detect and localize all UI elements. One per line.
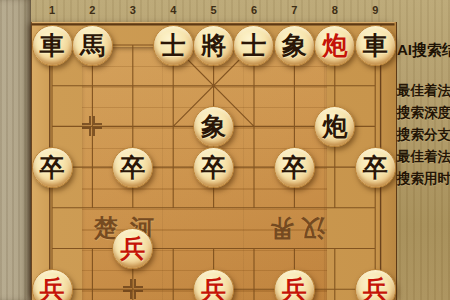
piece-glyph: 象 — [201, 114, 226, 139]
ai-panel: AI搜索结果 最佳着法搜索深度搜索分支最佳着法搜索用时 — [397, 0, 450, 190]
piece-black-炮[interactable]: 炮 — [314, 106, 355, 147]
ai-panel-line: 搜索分支 — [397, 124, 450, 146]
column-label: 6 — [244, 4, 264, 16]
column-label: 7 — [284, 4, 304, 16]
piece-black-車[interactable]: 車 — [355, 25, 396, 66]
piece-red-兵[interactable]: 兵 — [112, 228, 153, 269]
piece-glyph: 車 — [40, 33, 65, 58]
piece-glyph: 炮 — [322, 114, 347, 139]
column-label: 9 — [365, 4, 385, 16]
piece-red-兵[interactable]: 兵 — [32, 269, 73, 300]
ai-panel-line: 搜索深度 — [397, 102, 450, 124]
piece-red-兵[interactable]: 兵 — [193, 269, 234, 300]
piece-black-將[interactable]: 將 — [193, 25, 234, 66]
column-label: 2 — [82, 4, 102, 16]
piece-glyph: 馬 — [80, 33, 105, 58]
piece-black-卒[interactable]: 卒 — [32, 147, 73, 188]
column-labels: 123456789 — [0, 4, 450, 20]
piece-black-卒[interactable]: 卒 — [355, 147, 396, 188]
piece-black-馬[interactable]: 馬 — [72, 25, 113, 66]
piece-black-士[interactable]: 士 — [233, 25, 274, 66]
ai-panel-line: 最佳着法 — [397, 146, 450, 168]
piece-glyph: 卒 — [363, 155, 388, 180]
piece-black-象[interactable]: 象 — [193, 106, 234, 147]
piece-glyph: 卒 — [120, 155, 145, 180]
piece-black-卒[interactable]: 卒 — [274, 147, 315, 188]
ai-panel-title: AI搜索结果 — [397, 41, 450, 60]
xiangqi-app: 123456789 楚河 汉界 車馬士將士象炮車象炮卒卒卒卒卒兵兵兵兵兵 AI搜… — [0, 0, 450, 300]
piece-glyph: 車 — [363, 33, 388, 58]
piece-glyph: 兵 — [282, 277, 307, 300]
piece-glyph: 卒 — [201, 155, 226, 180]
piece-glyph: 卒 — [282, 155, 307, 180]
piece-black-車[interactable]: 車 — [32, 25, 73, 66]
column-label: 3 — [123, 4, 143, 16]
piece-glyph: 士 — [241, 33, 266, 58]
piece-red-兵[interactable]: 兵 — [274, 269, 315, 300]
piece-glyph: 象 — [282, 33, 307, 58]
piece-glyph: 兵 — [201, 277, 226, 300]
piece-glyph: 將 — [201, 33, 226, 58]
background-left-wood — [0, 0, 31, 300]
ai-panel-line: 最佳着法 — [397, 80, 450, 102]
piece-black-卒[interactable]: 卒 — [112, 147, 153, 188]
position-marker — [123, 279, 143, 299]
piece-glyph: 卒 — [40, 155, 65, 180]
piece-glyph: 炮 — [322, 33, 347, 58]
column-label: 4 — [163, 4, 183, 16]
ai-panel-line: 搜索用时 — [397, 168, 450, 190]
column-label: 1 — [42, 4, 62, 16]
column-label: 5 — [204, 4, 224, 16]
piece-black-象[interactable]: 象 — [274, 25, 315, 66]
board[interactable]: 車馬士將士象炮車象炮卒卒卒卒卒兵兵兵兵兵 — [32, 25, 396, 300]
piece-glyph: 士 — [161, 33, 186, 58]
piece-red-兵[interactable]: 兵 — [355, 269, 396, 300]
column-label: 8 — [325, 4, 345, 16]
piece-glyph: 兵 — [120, 236, 145, 261]
piece-glyph: 兵 — [40, 277, 65, 300]
piece-red-炮[interactable]: 炮 — [314, 25, 355, 66]
position-marker — [82, 116, 102, 136]
piece-glyph: 兵 — [363, 277, 388, 300]
ai-panel-lines: 最佳着法搜索深度搜索分支最佳着法搜索用时 — [397, 80, 450, 190]
piece-black-卒[interactable]: 卒 — [193, 147, 234, 188]
piece-black-士[interactable]: 士 — [153, 25, 194, 66]
